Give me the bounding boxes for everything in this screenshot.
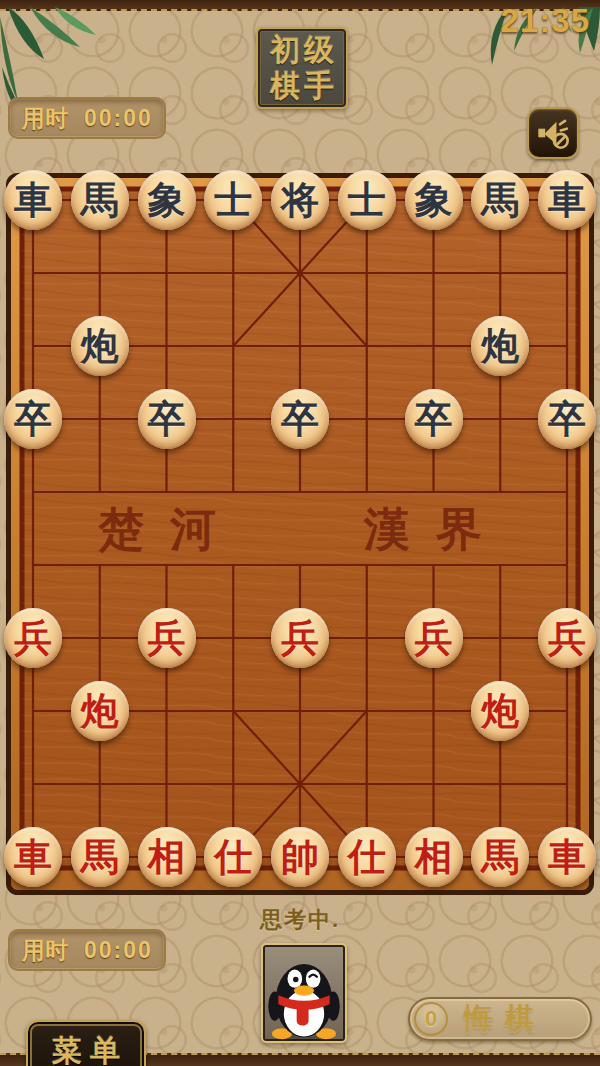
sound-toggle-button[interactable] <box>527 107 579 159</box>
piece-red-elephant[interactable]: 相 <box>405 827 463 887</box>
undo-button[interactable]: 0 悔棋 <box>408 997 592 1041</box>
piece-red-advisor[interactable]: 仕 <box>204 827 262 887</box>
piece-red-cannon[interactable]: 炮 <box>71 681 129 741</box>
piece-black-soldier[interactable]: 卒 <box>538 389 596 449</box>
piece-red-soldier[interactable]: 兵 <box>405 608 463 668</box>
thinking-status: 思考中. <box>200 905 400 935</box>
piece-black-cannon[interactable]: 炮 <box>471 316 529 376</box>
undo-button-label: 悔棋 <box>464 999 546 1039</box>
piece-red-soldier[interactable]: 兵 <box>138 608 196 668</box>
rank-badge-line1: 初级 <box>266 32 338 68</box>
piece-red-soldier[interactable]: 兵 <box>4 608 62 668</box>
piece-red-chariot[interactable]: 車 <box>4 827 62 887</box>
piece-black-chariot[interactable]: 車 <box>538 170 596 230</box>
xiangqi-board[interactable]: 楚河 漢界 <box>6 173 594 895</box>
player-timer-label: 用时 <box>22 935 68 966</box>
opponent-timer-value: 00:00 <box>84 105 153 132</box>
piece-black-cannon[interactable]: 炮 <box>71 316 129 376</box>
piece-red-general[interactable]: 帥 <box>271 827 329 887</box>
piece-black-horse[interactable]: 馬 <box>71 170 129 230</box>
piece-black-soldier[interactable]: 卒 <box>271 389 329 449</box>
piece-black-general[interactable]: 将 <box>271 170 329 230</box>
piece-black-elephant[interactable]: 象 <box>405 170 463 230</box>
piece-black-soldier[interactable]: 卒 <box>4 389 62 449</box>
player-timer-value: 00:00 <box>84 937 153 964</box>
game-background: 21:35 初级 棋手 用时 00:00 <box>0 0 600 1066</box>
piece-black-advisor[interactable]: 士 <box>204 170 262 230</box>
undo-count-badge: 0 <box>414 1002 448 1036</box>
qq-penguin-icon <box>267 953 341 1041</box>
piece-red-advisor[interactable]: 仕 <box>338 827 396 887</box>
rank-badge: 初级 棋手 <box>256 27 348 109</box>
piece-black-horse[interactable]: 馬 <box>471 170 529 230</box>
river-text-left: 楚河 <box>97 504 242 555</box>
speaker-muted-icon <box>534 114 572 152</box>
piece-red-horse[interactable]: 馬 <box>71 827 129 887</box>
piece-red-chariot[interactable]: 車 <box>538 827 596 887</box>
piece-red-soldier[interactable]: 兵 <box>538 608 596 668</box>
player-timer-badge: 用时 00:00 <box>8 929 166 971</box>
board-graphic: 楚河 漢界 <box>6 173 594 895</box>
rank-badge-line2: 棋手 <box>266 68 338 104</box>
piece-red-elephant[interactable]: 相 <box>138 827 196 887</box>
piece-red-cannon[interactable]: 炮 <box>471 681 529 741</box>
menu-button[interactable]: 菜单 <box>26 1020 146 1066</box>
opponent-timer-label: 用时 <box>22 103 68 134</box>
piece-black-soldier[interactable]: 卒 <box>138 389 196 449</box>
piece-black-advisor[interactable]: 士 <box>338 170 396 230</box>
piece-red-soldier[interactable]: 兵 <box>271 608 329 668</box>
piece-red-horse[interactable]: 馬 <box>471 827 529 887</box>
menu-button-label: 菜单 <box>44 1031 128 1066</box>
opponent-timer-badge: 用时 00:00 <box>8 97 166 139</box>
piece-black-chariot[interactable]: 車 <box>4 170 62 230</box>
river-text-right: 漢界 <box>363 504 508 555</box>
piece-black-soldier[interactable]: 卒 <box>405 389 463 449</box>
player-avatar[interactable] <box>261 943 347 1043</box>
system-clock: 21:35 <box>501 2 590 40</box>
piece-black-elephant[interactable]: 象 <box>138 170 196 230</box>
